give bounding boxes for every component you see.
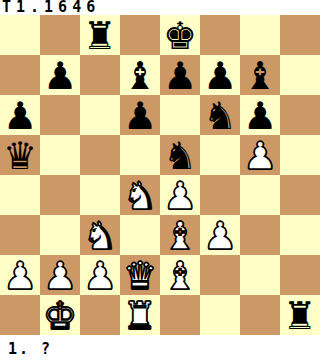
black-king-icon: ♚ (160, 15, 200, 55)
square-c3[interactable]: ♞ (80, 215, 120, 255)
square-f7[interactable]: ♟ (200, 55, 240, 95)
white-pawn-icon: ♟ (200, 215, 240, 255)
square-d4[interactable]: ♞ (120, 175, 160, 215)
white-king-icon: ♚ (40, 295, 80, 335)
square-e6[interactable] (160, 95, 200, 135)
square-c6[interactable] (80, 95, 120, 135)
square-c1[interactable] (80, 295, 120, 335)
white-pawn-icon: ♟ (40, 255, 80, 295)
black-pawn-icon: ♟ (0, 95, 40, 135)
square-c2[interactable]: ♟ (80, 255, 120, 295)
black-pawn-icon: ♟ (240, 95, 280, 135)
square-b1[interactable]: ♚ (40, 295, 80, 335)
square-h7[interactable] (280, 55, 320, 95)
black-rook-icon: ♜ (280, 295, 320, 335)
square-h4[interactable] (280, 175, 320, 215)
black-pawn-icon: ♟ (200, 55, 240, 95)
square-h5[interactable] (280, 135, 320, 175)
square-g2[interactable] (240, 255, 280, 295)
square-e2[interactable]: ♝ (160, 255, 200, 295)
black-queen-icon: ♛ (0, 135, 40, 175)
square-d3[interactable] (120, 215, 160, 255)
white-rook-icon: ♜ (120, 295, 160, 335)
square-h2[interactable] (280, 255, 320, 295)
square-h3[interactable] (280, 215, 320, 255)
square-c8[interactable]: ♜ (80, 15, 120, 55)
black-knight-icon: ♞ (160, 135, 200, 175)
square-a8[interactable] (0, 15, 40, 55)
square-f5[interactable] (200, 135, 240, 175)
white-knight-icon: ♞ (80, 215, 120, 255)
square-a5[interactable]: ♛ (0, 135, 40, 175)
black-rook-icon: ♜ (80, 15, 120, 55)
black-bishop-icon: ♝ (240, 55, 280, 95)
square-f6[interactable]: ♞ (200, 95, 240, 135)
square-c7[interactable] (80, 55, 120, 95)
chess-board: ♜♚♟♝♟♟♝♟♟♞♟♛♞♟♞♟♞♝♟♟♟♟♛♝♚♜♜ (0, 15, 320, 335)
square-e3[interactable]: ♝ (160, 215, 200, 255)
square-d7[interactable]: ♝ (120, 55, 160, 95)
white-pawn-icon: ♟ (240, 135, 280, 175)
square-h1[interactable]: ♜ (280, 295, 320, 335)
move-prompt: 1. ? (0, 335, 320, 360)
square-d8[interactable] (120, 15, 160, 55)
square-b7[interactable]: ♟ (40, 55, 80, 95)
square-b3[interactable] (40, 215, 80, 255)
square-d1[interactable]: ♜ (120, 295, 160, 335)
white-bishop-icon: ♝ (160, 255, 200, 295)
square-g6[interactable]: ♟ (240, 95, 280, 135)
square-g5[interactable]: ♟ (240, 135, 280, 175)
white-pawn-icon: ♟ (80, 255, 120, 295)
white-queen-icon: ♛ (120, 255, 160, 295)
square-a3[interactable] (0, 215, 40, 255)
square-e7[interactable]: ♟ (160, 55, 200, 95)
square-g4[interactable] (240, 175, 280, 215)
square-a4[interactable] (0, 175, 40, 215)
square-d2[interactable]: ♛ (120, 255, 160, 295)
square-d6[interactable]: ♟ (120, 95, 160, 135)
square-f4[interactable] (200, 175, 240, 215)
square-b5[interactable] (40, 135, 80, 175)
square-b4[interactable] (40, 175, 80, 215)
square-h8[interactable] (280, 15, 320, 55)
square-c5[interactable] (80, 135, 120, 175)
white-bishop-icon: ♝ (160, 215, 200, 255)
square-b8[interactable] (40, 15, 80, 55)
square-b2[interactable]: ♟ (40, 255, 80, 295)
square-e1[interactable] (160, 295, 200, 335)
square-b6[interactable] (40, 95, 80, 135)
square-f8[interactable] (200, 15, 240, 55)
white-pawn-icon: ♟ (0, 255, 40, 295)
square-e8[interactable]: ♚ (160, 15, 200, 55)
white-knight-icon: ♞ (120, 175, 160, 215)
square-g3[interactable] (240, 215, 280, 255)
square-e4[interactable]: ♟ (160, 175, 200, 215)
square-c4[interactable] (80, 175, 120, 215)
square-g7[interactable]: ♝ (240, 55, 280, 95)
square-a6[interactable]: ♟ (0, 95, 40, 135)
square-f3[interactable]: ♟ (200, 215, 240, 255)
black-pawn-icon: ♟ (120, 95, 160, 135)
square-h6[interactable] (280, 95, 320, 135)
square-g1[interactable] (240, 295, 280, 335)
square-e5[interactable]: ♞ (160, 135, 200, 175)
black-bishop-icon: ♝ (120, 55, 160, 95)
square-g8[interactable] (240, 15, 280, 55)
black-knight-icon: ♞ (200, 95, 240, 135)
white-pawn-icon: ♟ (160, 175, 200, 215)
black-pawn-icon: ♟ (40, 55, 80, 95)
square-f2[interactable] (200, 255, 240, 295)
puzzle-id: T1.1646 (0, 0, 320, 15)
square-a7[interactable] (0, 55, 40, 95)
square-a2[interactable]: ♟ (0, 255, 40, 295)
square-f1[interactable] (200, 295, 240, 335)
square-a1[interactable] (0, 295, 40, 335)
square-d5[interactable] (120, 135, 160, 175)
black-pawn-icon: ♟ (160, 55, 200, 95)
